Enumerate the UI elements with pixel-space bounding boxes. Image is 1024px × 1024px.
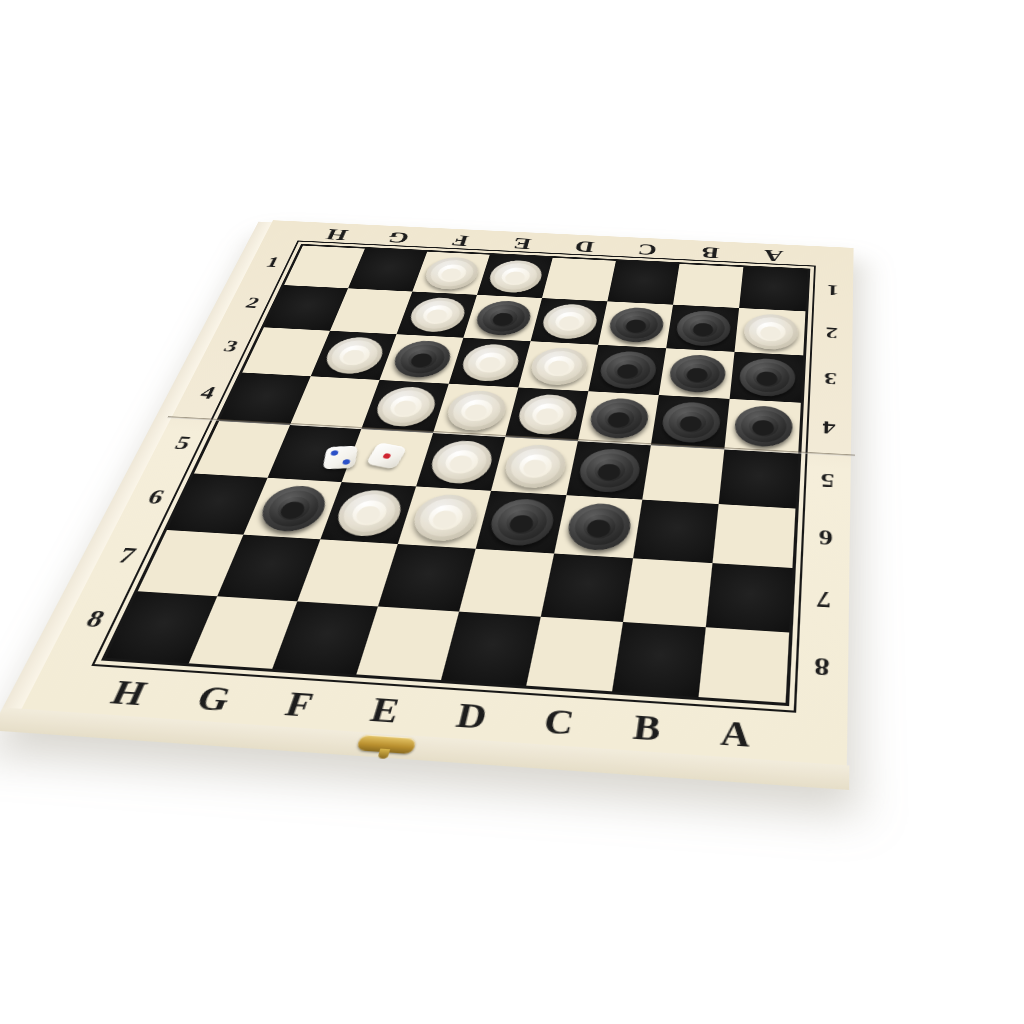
square-C6[interactable]: ●: [554, 495, 642, 558]
label-right-2: 2: [814, 310, 849, 356]
square-E2[interactable]: ●: [463, 295, 542, 341]
black-checker[interactable]: ●: [733, 404, 794, 447]
square-D4[interactable]: ●: [505, 387, 588, 441]
square-A6[interactable]: [712, 504, 795, 568]
white-checker[interactable]: ●: [442, 389, 510, 431]
square-C4[interactable]: ●: [578, 391, 659, 445]
square-E3[interactable]: ●: [449, 338, 531, 388]
black-checker[interactable]: ●: [389, 339, 455, 378]
square-C1[interactable]: [607, 261, 679, 305]
label-right-7: 7: [802, 566, 845, 633]
square-B1[interactable]: [673, 264, 743, 308]
white-checker[interactable]: ●: [500, 443, 569, 489]
white-checker[interactable]: ●: [405, 296, 469, 333]
square-B8[interactable]: [612, 622, 706, 697]
square-A2[interactable]: ●: [735, 308, 806, 355]
square-C8[interactable]: [526, 617, 623, 692]
label-top-E: E: [488, 233, 556, 255]
game-board: HGFEDCBA HGFEDCBA 12345678 12345678 ●●●●…: [22, 220, 854, 765]
black-checker[interactable]: ●: [597, 350, 659, 390]
label-top-C: C: [614, 239, 680, 261]
die-1-showing-2[interactable]: [323, 446, 358, 470]
white-checker[interactable]: ●: [527, 346, 590, 386]
black-checker[interactable]: ●: [587, 397, 651, 440]
grid-border-frame: ●●●●●●●●●●●●●●●●●●●●●●●●●●●●●: [101, 244, 810, 706]
square-D1[interactable]: [542, 258, 616, 302]
square-B5[interactable]: [642, 445, 724, 504]
square-B7[interactable]: [623, 558, 712, 627]
square-E4[interactable]: ●: [433, 384, 518, 437]
white-checker[interactable]: ●: [514, 393, 580, 436]
photo-backdrop: HGFEDCBA HGFEDCBA 12345678 12345678 ●●●●…: [0, 0, 1024, 1024]
white-checker[interactable]: ●: [421, 256, 482, 290]
square-B4[interactable]: ●: [651, 395, 730, 449]
white-checker[interactable]: ●: [371, 385, 440, 427]
label-top-B: B: [677, 242, 743, 264]
board-top: HGFEDCBA HGFEDCBA 12345678 12345678 ●●●●…: [22, 220, 854, 765]
square-A5[interactable]: [719, 449, 799, 508]
black-checker[interactable]: ●: [254, 484, 332, 533]
label-right-5: 5: [807, 452, 846, 509]
square-C5[interactable]: ●: [566, 441, 650, 499]
white-checker[interactable]: ●: [331, 488, 407, 537]
label-right-6: 6: [805, 507, 846, 569]
white-checker[interactable]: ●: [320, 336, 388, 375]
square-D7[interactable]: [459, 549, 554, 617]
black-checker[interactable]: ●: [674, 309, 732, 346]
label-top-D: D: [551, 236, 618, 258]
white-checker[interactable]: ●: [485, 259, 545, 293]
label-bottom-G: G: [163, 678, 263, 720]
label-top-A: A: [741, 245, 806, 268]
label-bottom-B: B: [600, 706, 693, 750]
label-bottom-D: D: [424, 695, 520, 738]
square-C3[interactable]: ●: [588, 345, 666, 395]
white-checker[interactable]: ●: [426, 439, 497, 485]
brass-clasp[interactable]: [356, 734, 417, 754]
black-checker[interactable]: ●: [576, 447, 643, 493]
square-D5[interactable]: ●: [491, 437, 578, 495]
square-E5[interactable]: ●: [416, 433, 505, 491]
square-C7[interactable]: [541, 554, 633, 622]
black-checker[interactable]: ●: [659, 401, 721, 444]
square-A1[interactable]: [739, 267, 807, 311]
square-D2[interactable]: ●: [531, 298, 608, 345]
square-B3[interactable]: ●: [659, 348, 735, 399]
square-A3[interactable]: ●: [730, 352, 804, 403]
label-bottom-F: F: [250, 683, 349, 726]
label-top-G: G: [363, 227, 432, 249]
white-checker[interactable]: ●: [408, 493, 482, 542]
square-D3[interactable]: ●: [518, 341, 598, 391]
square-E1[interactable]: ●: [477, 255, 553, 298]
square-A8[interactable]: [699, 627, 790, 703]
label-bottom-E: E: [336, 689, 433, 732]
die-pip: [342, 459, 350, 465]
square-C2[interactable]: ●: [598, 301, 673, 348]
square-B6[interactable]: [633, 500, 719, 564]
square-D8[interactable]: [441, 612, 541, 686]
label-right-1: 1: [816, 269, 850, 312]
square-D6[interactable]: ●: [476, 491, 567, 554]
label-right-8: 8: [799, 631, 844, 704]
black-checker[interactable]: ●: [472, 299, 534, 336]
square-A7[interactable]: [706, 563, 793, 632]
label-right-4: 4: [810, 401, 848, 454]
label-bottom-H: H: [78, 672, 179, 714]
label-top-H: H: [302, 224, 372, 246]
label-bottom-A: A: [689, 712, 781, 756]
white-checker[interactable]: ●: [539, 303, 600, 340]
square-B2[interactable]: ●: [666, 305, 739, 352]
label-right-3: 3: [812, 354, 848, 403]
label-bottom-C: C: [511, 701, 606, 745]
die-pip: [382, 452, 392, 458]
black-checker[interactable]: ●: [606, 306, 665, 343]
label-top-F: F: [426, 230, 495, 252]
square-A4[interactable]: ●: [724, 399, 800, 454]
black-checker[interactable]: ●: [564, 502, 634, 552]
black-checker[interactable]: ●: [485, 497, 557, 547]
black-checker[interactable]: ●: [667, 353, 727, 393]
black-checker[interactable]: ●: [738, 357, 796, 397]
white-checker[interactable]: ●: [742, 313, 798, 351]
die-pip: [330, 450, 338, 455]
white-checker[interactable]: ●: [458, 343, 523, 382]
